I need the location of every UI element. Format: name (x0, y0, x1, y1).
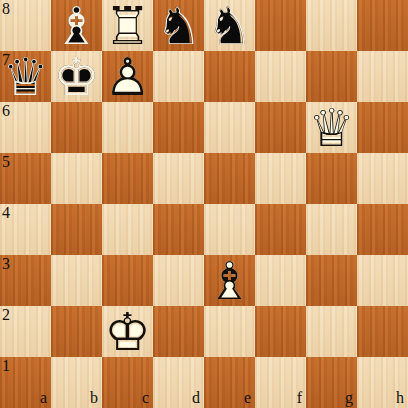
square-h3[interactable] (357, 255, 408, 306)
square-f7[interactable] (255, 51, 306, 102)
square-h1[interactable]: h (357, 357, 408, 408)
white-king-outline-glyph: ♔ (102, 307, 153, 357)
square-g3[interactable] (306, 255, 357, 306)
square-c3[interactable] (102, 255, 153, 306)
square-h8[interactable] (357, 0, 408, 51)
file-label-f: f (297, 390, 302, 406)
file-label-b: b (90, 390, 98, 406)
square-e8[interactable]: ♞♘ (204, 0, 255, 51)
square-g4[interactable] (306, 204, 357, 255)
piece-white-bishop[interactable]: ♝♗ (204, 255, 255, 306)
chess-board: 8♝♗♜♖♞♘♞♘7♛♕♚♔♟♙6♛♕543♝♗2♚♔1abcdefgh (0, 0, 408, 408)
square-a2[interactable]: 2 (0, 306, 51, 357)
square-h2[interactable] (357, 306, 408, 357)
piece-white-pawn[interactable]: ♟♙ (102, 51, 153, 102)
white-queen-outline-glyph: ♕ (306, 103, 357, 153)
square-g1[interactable]: g (306, 357, 357, 408)
square-d7[interactable] (153, 51, 204, 102)
rank-label-1: 1 (2, 358, 10, 374)
square-c8[interactable]: ♜♖ (102, 0, 153, 51)
square-f5[interactable] (255, 153, 306, 204)
white-bishop-outline-glyph: ♗ (204, 256, 255, 306)
black-king-outline-glyph: ♔ (51, 52, 102, 102)
square-f4[interactable] (255, 204, 306, 255)
square-a5[interactable]: 5 (0, 153, 51, 204)
square-e4[interactable] (204, 204, 255, 255)
square-b4[interactable] (51, 204, 102, 255)
chess-diagram: 8♝♗♜♖♞♘♞♘7♛♕♚♔♟♙6♛♕543♝♗2♚♔1abcdefgh (0, 0, 408, 408)
square-f3[interactable] (255, 255, 306, 306)
square-f1[interactable]: f (255, 357, 306, 408)
square-c1[interactable]: c (102, 357, 153, 408)
file-label-a: a (40, 390, 47, 406)
square-b8[interactable]: ♝♗ (51, 0, 102, 51)
square-d4[interactable] (153, 204, 204, 255)
piece-black-king[interactable]: ♚♔ (51, 51, 102, 102)
square-d2[interactable] (153, 306, 204, 357)
square-g5[interactable] (306, 153, 357, 204)
square-b3[interactable] (51, 255, 102, 306)
square-b5[interactable] (51, 153, 102, 204)
piece-white-king[interactable]: ♚♔ (102, 306, 153, 357)
square-c2[interactable]: ♚♔ (102, 306, 153, 357)
square-a3[interactable]: 3 (0, 255, 51, 306)
square-d1[interactable]: d (153, 357, 204, 408)
square-h6[interactable] (357, 102, 408, 153)
square-e7[interactable] (204, 51, 255, 102)
square-e3[interactable]: ♝♗ (204, 255, 255, 306)
square-d5[interactable] (153, 153, 204, 204)
square-e5[interactable] (204, 153, 255, 204)
square-f6[interactable] (255, 102, 306, 153)
square-c4[interactable] (102, 204, 153, 255)
white-pawn-outline-glyph: ♙ (102, 52, 153, 102)
piece-black-knight[interactable]: ♞♘ (153, 0, 204, 51)
square-d3[interactable] (153, 255, 204, 306)
rank-label-5: 5 (2, 154, 10, 170)
square-b6[interactable] (51, 102, 102, 153)
square-g8[interactable] (306, 0, 357, 51)
rank-label-2: 2 (2, 307, 10, 323)
square-a1[interactable]: 1a (0, 357, 51, 408)
square-h5[interactable] (357, 153, 408, 204)
black-bishop-outline-glyph: ♗ (51, 1, 102, 51)
square-h4[interactable] (357, 204, 408, 255)
rank-label-8: 8 (2, 1, 10, 17)
file-label-h: h (396, 390, 404, 406)
square-c7[interactable]: ♟♙ (102, 51, 153, 102)
file-label-g: g (345, 390, 353, 406)
square-b7[interactable]: ♚♔ (51, 51, 102, 102)
square-f2[interactable] (255, 306, 306, 357)
square-a7[interactable]: 7♛♕ (0, 51, 51, 102)
square-d8[interactable]: ♞♘ (153, 0, 204, 51)
file-label-c: c (142, 390, 149, 406)
square-h7[interactable] (357, 51, 408, 102)
file-label-d: d (192, 390, 200, 406)
rank-label-3: 3 (2, 256, 10, 272)
square-g7[interactable] (306, 51, 357, 102)
piece-white-queen[interactable]: ♛♕ (306, 102, 357, 153)
square-f8[interactable] (255, 0, 306, 51)
square-c6[interactable] (102, 102, 153, 153)
file-label-e: e (244, 390, 251, 406)
rank-label-7: 7 (2, 52, 10, 68)
piece-black-bishop[interactable]: ♝♗ (51, 0, 102, 51)
square-d6[interactable] (153, 102, 204, 153)
rank-label-4: 4 (2, 205, 10, 221)
square-a8[interactable]: 8 (0, 0, 51, 51)
square-a4[interactable]: 4 (0, 204, 51, 255)
square-b2[interactable] (51, 306, 102, 357)
square-a6[interactable]: 6 (0, 102, 51, 153)
white-rook-outline-glyph: ♖ (102, 1, 153, 51)
square-c5[interactable] (102, 153, 153, 204)
black-knight-outline-glyph: ♘ (204, 1, 255, 51)
square-e6[interactable] (204, 102, 255, 153)
square-g6[interactable]: ♛♕ (306, 102, 357, 153)
square-g2[interactable] (306, 306, 357, 357)
square-b1[interactable]: b (51, 357, 102, 408)
black-knight-outline-glyph: ♘ (153, 1, 204, 51)
rank-label-6: 6 (2, 103, 10, 119)
square-e2[interactable] (204, 306, 255, 357)
piece-white-rook[interactable]: ♜♖ (102, 0, 153, 51)
piece-black-knight[interactable]: ♞♘ (204, 0, 255, 51)
square-e1[interactable]: e (204, 357, 255, 408)
